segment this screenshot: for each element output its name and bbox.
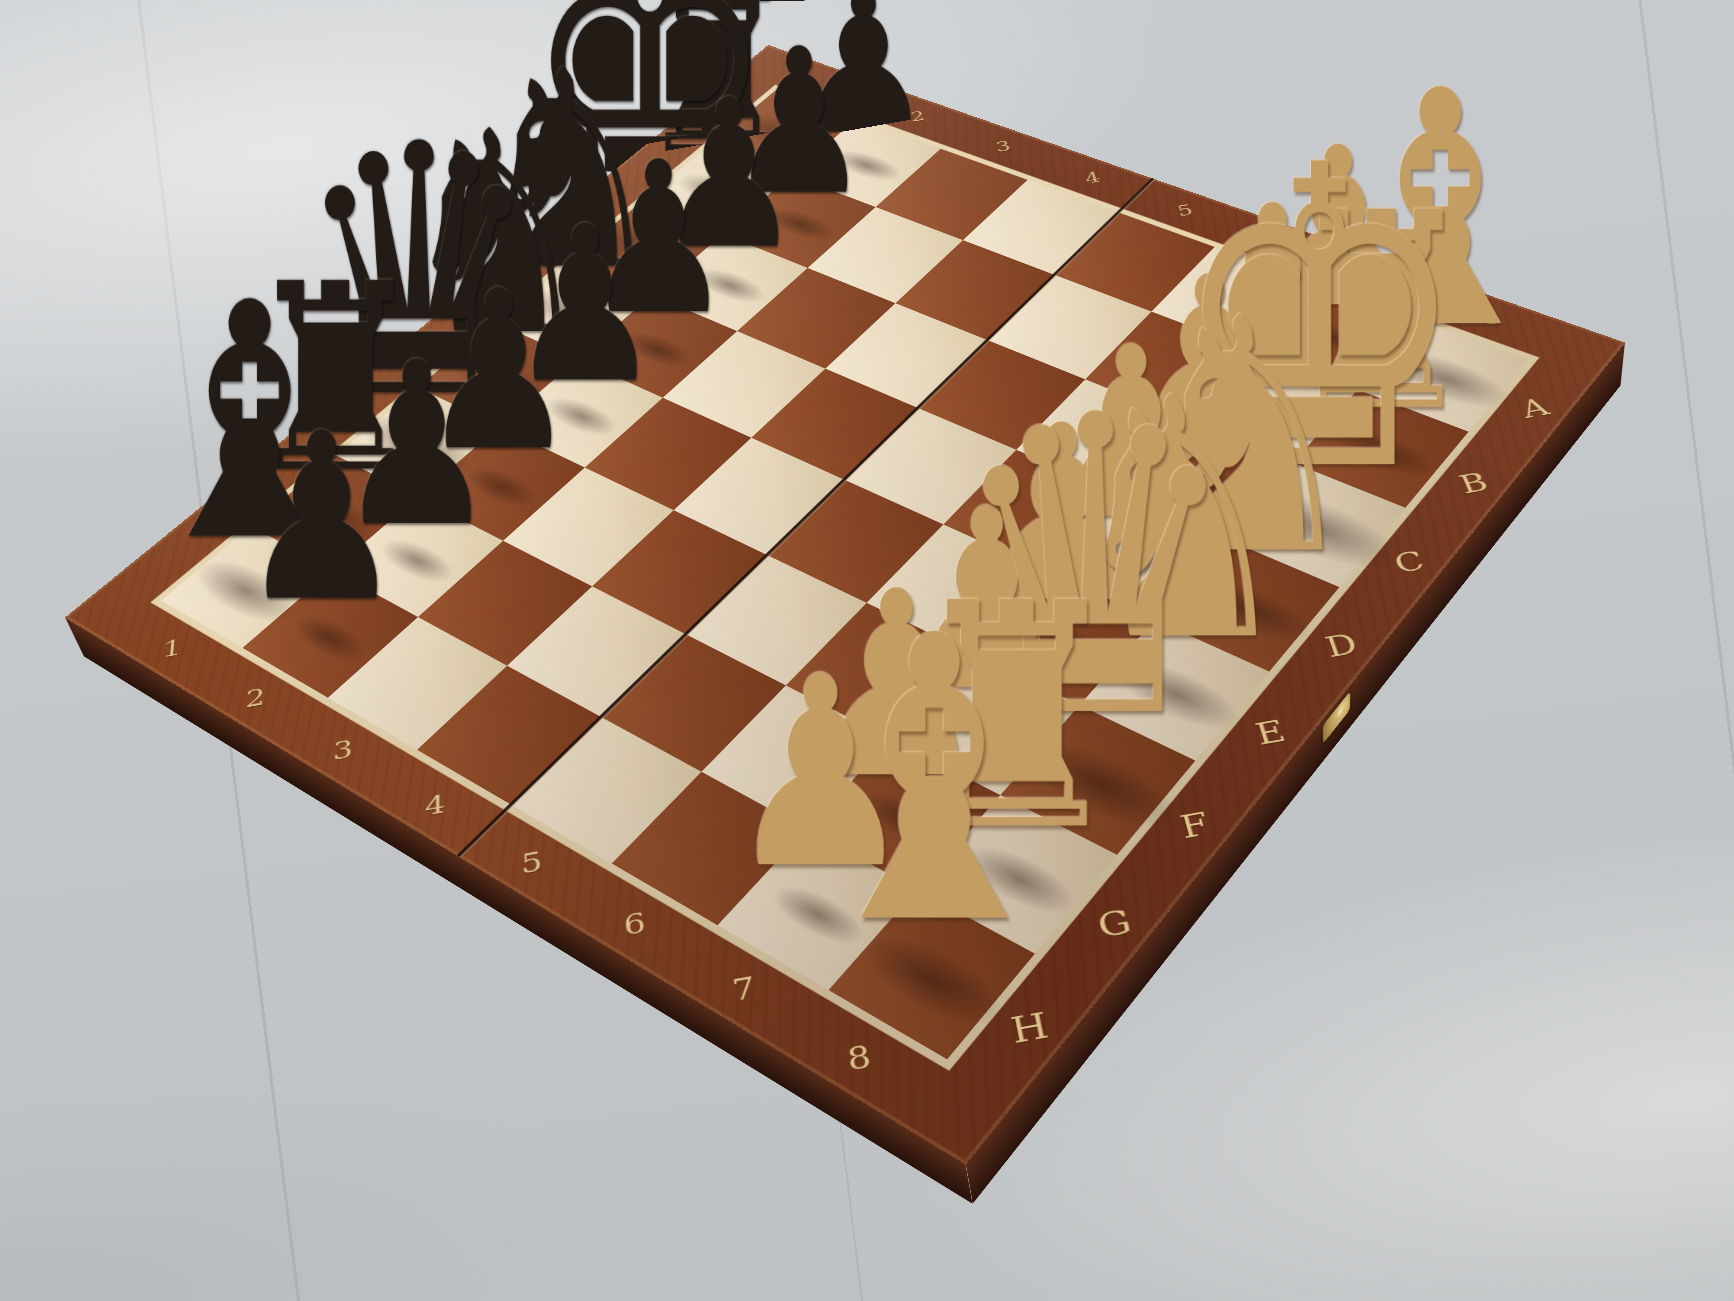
white-bishop-glyph: ♝ (794, 585, 1076, 978)
rank-label-near-8: 8 (845, 1038, 874, 1078)
scene: 1122334455667788ABCDEFGH ♝♜♟♚♟♞♟♞♟♛♟♜♟♟♝… (0, 0, 1734, 1301)
black-pawn-glyph: ♟ (239, 403, 404, 634)
